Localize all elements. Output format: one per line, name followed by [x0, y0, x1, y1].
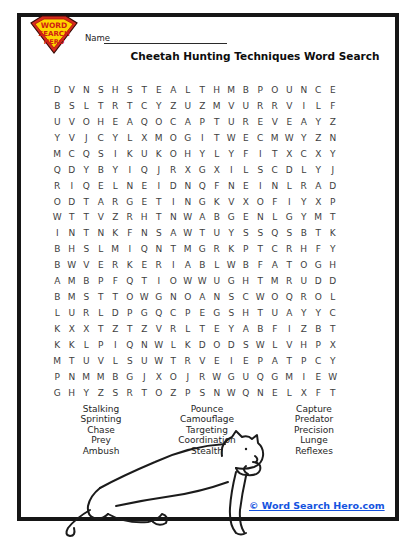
grid-cell: T	[123, 98, 138, 114]
worksheet-page: WORD SEARCH HERO Name Cheetah Hunting Te…	[0, 0, 416, 539]
grid-cell: I	[253, 146, 268, 162]
grid-cell: N	[326, 130, 341, 146]
grid-cell: B	[50, 257, 65, 273]
grid-cell: U	[137, 146, 152, 162]
grid-cell: Y	[326, 353, 341, 369]
grid-cell: I	[152, 178, 167, 194]
cheetah-illustration	[50, 430, 280, 538]
grid-cell: H	[326, 257, 341, 273]
grid-cell: C	[326, 305, 341, 321]
grid-cell: T	[282, 353, 297, 369]
grid-cell: C	[166, 305, 181, 321]
grid-cell: I	[297, 369, 312, 385]
grid-cell: M	[94, 369, 109, 385]
grid-cell: E	[311, 369, 326, 385]
grid-cell: T	[94, 98, 109, 114]
grid-cell: Y	[311, 305, 326, 321]
grid-cell: M	[268, 130, 283, 146]
grid-cell: L	[326, 289, 341, 305]
grid-cell: C	[65, 146, 80, 162]
grid-cell: H	[108, 82, 123, 98]
grid-cell: L	[210, 257, 225, 273]
grid-cell: S	[239, 225, 254, 241]
logo-text-hero: HERO	[44, 38, 65, 46]
grid-cell: H	[181, 146, 196, 162]
grid-cell: B	[239, 257, 254, 273]
grid-cell: T	[166, 241, 181, 257]
grid-cell: F	[210, 178, 225, 194]
name-input-line[interactable]	[104, 30, 227, 44]
grid-cell: Z	[108, 210, 123, 226]
grid-cell: X	[282, 146, 297, 162]
grid-cell: V	[94, 353, 109, 369]
grid-cell: T	[326, 385, 341, 401]
cheetah-muzzle	[255, 456, 257, 462]
grid-cell: Z	[166, 385, 181, 401]
grid-cell: A	[268, 353, 283, 369]
grid-cell: H	[210, 82, 225, 98]
word-list-item: Capture	[259, 404, 369, 414]
grid-cell: R	[166, 162, 181, 178]
grid-cell: L	[282, 178, 297, 194]
grid-cell: R	[297, 289, 312, 305]
grid-cell: M	[181, 241, 196, 257]
grid-cell: U	[137, 353, 152, 369]
grid-cell: K	[123, 257, 138, 273]
grid-cell: W	[253, 337, 268, 353]
grid-cell: R	[253, 98, 268, 114]
grid-cell: W	[210, 369, 225, 385]
grid-cell: R	[123, 210, 138, 226]
grid-cell: K	[50, 321, 65, 337]
grid-cell: P	[297, 353, 312, 369]
grid-cell: Y	[224, 321, 239, 337]
grid-cell: W	[282, 130, 297, 146]
grid-cell: G	[123, 369, 138, 385]
grid-cell: M	[282, 369, 297, 385]
grid-cell: A	[195, 210, 210, 226]
grid-cell: U	[224, 114, 239, 130]
grid-cell: R	[123, 385, 138, 401]
grid-cell: M	[311, 210, 326, 226]
grid-cell: E	[137, 257, 152, 273]
word-list-item: Sprinting	[46, 414, 156, 424]
grid-cell: N	[123, 178, 138, 194]
grid-cell: S	[79, 289, 94, 305]
grid-cell: B	[50, 289, 65, 305]
grid-cell: T	[79, 194, 94, 210]
grid-cell: S	[282, 225, 297, 241]
grid-cell: H	[65, 241, 80, 257]
grid-cell: A	[181, 257, 196, 273]
grid-cell: A	[50, 273, 65, 289]
grid-cell: T	[137, 82, 152, 98]
grid-cell: Z	[311, 130, 326, 146]
grid-cell: L	[268, 337, 283, 353]
grid-cell: J	[79, 130, 94, 146]
grid-cell: Y	[311, 162, 326, 178]
grid-cell: Q	[137, 241, 152, 257]
grid-cell: A	[297, 114, 312, 130]
grid-cell: T	[137, 273, 152, 289]
grid-cell: L	[282, 385, 297, 401]
grid-cell: X	[137, 130, 152, 146]
grid-cell: P	[123, 305, 138, 321]
grid-cell: O	[181, 289, 196, 305]
grid-cell: D	[282, 162, 297, 178]
grid-cell: D	[311, 273, 326, 289]
grid-cell: M	[108, 241, 123, 257]
grid-cell: A	[181, 114, 196, 130]
grid-cell: K	[50, 337, 65, 353]
grid-cell: V	[224, 194, 239, 210]
grid-cell: T	[195, 82, 210, 98]
grid-cell: Q	[123, 273, 138, 289]
grid-cell: P	[50, 369, 65, 385]
grid-cell: T	[253, 305, 268, 321]
grid-cell: N	[224, 178, 239, 194]
grid-cell: B	[79, 273, 94, 289]
grid-cell: S	[224, 289, 239, 305]
grid-cell: T	[195, 225, 210, 241]
grid-cell: V	[94, 210, 109, 226]
cheetah-eye	[245, 448, 247, 450]
grid-cell: K	[224, 241, 239, 257]
grid-cell: W	[137, 289, 152, 305]
grid-cell: O	[210, 337, 225, 353]
grid-cell: O	[79, 114, 94, 130]
grid-cell: S	[253, 162, 268, 178]
grid-cell: W	[326, 369, 341, 385]
grid-cell: N	[166, 210, 181, 226]
grid-cell: Y	[79, 162, 94, 178]
grid-cell: U	[210, 225, 225, 241]
grid-cell: O	[152, 385, 167, 401]
grid-cell: Q	[123, 337, 138, 353]
grid-cell: Y	[326, 146, 341, 162]
grid-cell: Z	[297, 321, 312, 337]
grid-cell: D	[166, 178, 181, 194]
grid-cell: G	[152, 289, 167, 305]
grid-cell: U	[282, 82, 297, 98]
grid-cell: S	[65, 98, 80, 114]
word-list-item: Pounce	[152, 404, 262, 414]
grid-cell: R	[210, 241, 225, 257]
grid-cell: Z	[94, 385, 109, 401]
grid-cell: G	[137, 305, 152, 321]
grid-cell: R	[282, 273, 297, 289]
cheetah-hind-leg	[108, 514, 167, 525]
grid-cell: I	[224, 162, 239, 178]
grid-cell: F	[268, 321, 283, 337]
grid-cell: U	[79, 353, 94, 369]
grid-cell: L	[181, 321, 196, 337]
grid-cell: E	[137, 194, 152, 210]
grid-cell: Q	[79, 146, 94, 162]
grid-cell: X	[152, 369, 167, 385]
grid-cell: I	[152, 273, 167, 289]
grid-cell: J	[326, 162, 341, 178]
grid-cell: R	[108, 98, 123, 114]
grid-cell: S	[79, 241, 94, 257]
grid-cell: D	[65, 194, 80, 210]
grid-cell: N	[253, 385, 268, 401]
grid-cell: X	[181, 162, 196, 178]
grid-cell: T	[210, 114, 225, 130]
grid-cell: V	[282, 337, 297, 353]
grid-cell: Q	[282, 289, 297, 305]
grid-cell: L	[94, 305, 109, 321]
grid-cell: K	[210, 194, 225, 210]
grid-cell: N	[152, 241, 167, 257]
grid-cell: P	[195, 114, 210, 130]
grid-cell: S	[239, 337, 254, 353]
grid-cell: D	[65, 162, 80, 178]
grid-cell: G	[195, 194, 210, 210]
grid-cell: R	[282, 241, 297, 257]
grid-cell: J	[181, 369, 196, 385]
grid-cell: S	[224, 305, 239, 321]
grid-cell: G	[268, 369, 283, 385]
grid-cell: S	[94, 82, 109, 98]
grid-cell: M	[50, 146, 65, 162]
grid-cell: R	[152, 257, 167, 273]
grid-cell: I	[123, 241, 138, 257]
grid-cell: R	[50, 178, 65, 194]
grid-cell: T	[326, 210, 341, 226]
grid-cell: Q	[239, 385, 254, 401]
grid-cell: T	[166, 353, 181, 369]
grid-cell: M	[152, 130, 167, 146]
grid-cell: C	[137, 98, 152, 114]
word-list-item: Stalking	[46, 404, 156, 414]
grid-cell: B	[210, 210, 225, 226]
grid-cell: V	[65, 82, 80, 98]
grid-cell: T	[94, 289, 109, 305]
grid-cell: Q	[152, 305, 167, 321]
grid-cell: T	[65, 210, 80, 226]
grid-cell: Z	[137, 321, 152, 337]
grid-cell: U	[50, 114, 65, 130]
grid-cell: H	[65, 385, 80, 401]
grid-cell: W	[181, 225, 196, 241]
grid-cell: E	[108, 114, 123, 130]
grid-cell: N	[297, 82, 312, 98]
grid-cell: O	[297, 257, 312, 273]
grid-cell: A	[166, 82, 181, 98]
grid-cell: Z	[166, 98, 181, 114]
footer-link[interactable]: © Word Search Hero.com	[249, 500, 385, 511]
grid-cell: K	[152, 146, 167, 162]
grid-cell: J	[137, 369, 152, 385]
grid-cell: Q	[79, 178, 94, 194]
grid-cell: X	[311, 146, 326, 162]
cheetah-front-leg	[230, 472, 246, 535]
grid-cell: Q	[137, 162, 152, 178]
grid-cell: I	[50, 225, 65, 241]
grid-cell: W	[224, 130, 239, 146]
grid-cell: M	[65, 273, 80, 289]
grid-cell: T	[152, 210, 167, 226]
grid-cell: W	[152, 337, 167, 353]
grid-cell: N	[181, 178, 196, 194]
grid-cell: Y	[297, 194, 312, 210]
grid-cell: Y	[152, 98, 167, 114]
grid-cell: Y	[79, 385, 94, 401]
grid-cell: H	[239, 273, 254, 289]
grid-cell: W	[195, 273, 210, 289]
grid-cell: E	[239, 130, 254, 146]
grid-cell: T	[108, 289, 123, 305]
grid-cell: M	[65, 289, 80, 305]
cheetah-belly-line	[116, 482, 228, 506]
word-search-hero-logo: WORD SEARCH HERO	[30, 15, 78, 54]
grid-cell: P	[239, 241, 254, 257]
grid-cell: E	[282, 114, 297, 130]
grid-cell: I	[195, 130, 210, 146]
grid-cell: W	[181, 210, 196, 226]
grid-cell: B	[239, 82, 254, 98]
grid-cell: U	[268, 305, 283, 321]
letter-grid: DVNSHSTEALTHMBPOUNCEBSLTRTCYZUZMVURRVILF…	[50, 82, 340, 401]
grid-cell: S	[195, 385, 210, 401]
grid-cell: T	[268, 146, 283, 162]
grid-cell: H	[239, 305, 254, 321]
grid-cell: B	[108, 369, 123, 385]
grid-cell: N	[253, 210, 268, 226]
grid-cell: Y	[297, 305, 312, 321]
grid-cell: Y	[224, 225, 239, 241]
grid-cell: C	[268, 162, 283, 178]
grid-cell: I	[166, 194, 181, 210]
grid-cell: Y	[311, 114, 326, 130]
grid-cell: V	[152, 321, 167, 337]
cheetah-haunch	[88, 488, 108, 519]
grid-cell: E	[326, 82, 341, 98]
grid-cell: F	[108, 273, 123, 289]
grid-cell: C	[94, 130, 109, 146]
grid-cell: O	[166, 369, 181, 385]
grid-cell: E	[210, 321, 225, 337]
grid-cell: L	[108, 353, 123, 369]
grid-cell: G	[181, 130, 196, 146]
grid-cell: A	[268, 257, 283, 273]
grid-cell: W	[224, 257, 239, 273]
grid-cell: P	[253, 353, 268, 369]
grid-cell: R	[195, 369, 210, 385]
grid-cell: L	[181, 82, 196, 98]
grid-cell: L	[210, 146, 225, 162]
grid-cell: V	[268, 114, 283, 130]
grid-cell: P	[94, 273, 109, 289]
grid-cell: T	[326, 321, 341, 337]
grid-cell: E	[137, 178, 152, 194]
grid-cell: F	[239, 146, 254, 162]
grid-cell: W	[50, 210, 65, 226]
grid-cell: N	[210, 385, 225, 401]
grid-cell: V	[195, 353, 210, 369]
grid-cell: G	[224, 210, 239, 226]
grid-cell: Y	[50, 130, 65, 146]
cheetah-back-line	[100, 444, 225, 488]
grid-cell: O	[166, 146, 181, 162]
grid-cell: C	[239, 289, 254, 305]
grid-cell: L	[268, 210, 283, 226]
grid-cell: A	[239, 321, 254, 337]
grid-cell: W	[224, 385, 239, 401]
grid-cell: X	[79, 321, 94, 337]
grid-cell: I	[123, 162, 138, 178]
grid-cell: T	[137, 385, 152, 401]
grid-cell: B	[50, 241, 65, 257]
grid-cell: I	[65, 178, 80, 194]
grid-cell: R	[79, 305, 94, 321]
grid-cell: T	[253, 273, 268, 289]
puzzle-title: Cheetah Hunting Techniques Word Search	[110, 50, 400, 62]
grid-cell: O	[268, 82, 283, 98]
grid-cell: D	[195, 337, 210, 353]
grid-cell: O	[123, 289, 138, 305]
grid-cell: W	[253, 289, 268, 305]
grid-cell: S	[123, 82, 138, 98]
grid-cell: O	[166, 130, 181, 146]
grid-cell: X	[297, 385, 312, 401]
grid-cell: U	[181, 98, 196, 114]
grid-cell: T	[79, 210, 94, 226]
grid-cell: N	[79, 82, 94, 98]
grid-cell: C	[311, 353, 326, 369]
grid-cell: S	[108, 385, 123, 401]
grid-cell: I	[253, 178, 268, 194]
grid-cell: K	[108, 225, 123, 241]
grid-cell: V	[282, 98, 297, 114]
grid-cell: E	[239, 353, 254, 369]
grid-cell: M	[50, 353, 65, 369]
grid-cell: T	[210, 130, 225, 146]
grid-cell: N	[166, 289, 181, 305]
grid-cell: L	[94, 241, 109, 257]
grid-cell: R	[297, 178, 312, 194]
word-list-item: Predator	[259, 414, 369, 424]
grid-cell: E	[94, 178, 109, 194]
grid-cell: C	[166, 114, 181, 130]
grid-cell: N	[137, 337, 152, 353]
grid-cell: B	[253, 321, 268, 337]
grid-cell: A	[282, 305, 297, 321]
grid-cell: L	[297, 162, 312, 178]
grid-cell: A	[311, 178, 326, 194]
grid-cell: H	[137, 210, 152, 226]
grid-cell: N	[94, 225, 109, 241]
grid-cell: G	[224, 369, 239, 385]
grid-cell: H	[297, 337, 312, 353]
grid-cell: G	[123, 194, 138, 210]
grid-cell: E	[239, 210, 254, 226]
grid-cell: O	[50, 194, 65, 210]
grid-cell: I	[224, 353, 239, 369]
grid-cell: R	[181, 353, 196, 369]
grid-cell: Q	[268, 225, 283, 241]
grid-cell: Y	[108, 130, 123, 146]
grid-cell: X	[239, 194, 254, 210]
grid-cell: M	[79, 369, 94, 385]
logo-text-word: WORD	[41, 21, 68, 30]
grid-cell: N	[137, 225, 152, 241]
grid-cell: R	[108, 194, 123, 210]
grid-cell: G	[195, 241, 210, 257]
grid-cell: D	[108, 305, 123, 321]
grid-cell: V	[65, 130, 80, 146]
